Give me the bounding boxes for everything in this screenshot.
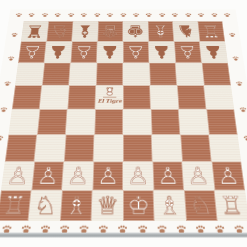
paw-print-icon [107, 12, 114, 17]
square-g2: ♙ [182, 162, 214, 191]
tiger-mascot-icon [104, 87, 116, 96]
square-g6 [175, 63, 204, 86]
square-h1: ♖ [215, 190, 247, 221]
paw-print-icon [67, 12, 74, 17]
square-b7: ♟ [44, 41, 72, 62]
square-a5 [12, 85, 42, 109]
square-d3 [93, 135, 123, 162]
piece-black-pawn-d7: ♟ [100, 43, 119, 60]
square-e2: ♙ [123, 162, 154, 191]
square-c2: ♙ [62, 162, 93, 191]
paw-print-icon [228, 32, 236, 38]
piece-white-pawn-b2: ♙ [36, 164, 60, 187]
square-c6 [69, 63, 97, 86]
square-h4 [206, 109, 237, 134]
chess-mat: ♜♘♝♕♚♗♞♖♙♟♙♟♙♟♙♟♙♙♙♙♙♙♙♙♖♘♗♕♔♗♘♖ El Tigr… [0, 10, 247, 235]
piece-black-pawn-h7: ♟ [203, 43, 224, 60]
square-d8: ♕ [97, 21, 123, 41]
paw-print-icon [3, 80, 11, 86]
square-b5 [40, 85, 69, 109]
square-d1: ♕ [91, 190, 123, 221]
square-f2: ♙ [153, 162, 184, 191]
paw-print-icon [120, 12, 127, 17]
square-a2: ♙ [1, 162, 34, 191]
paw-print-icon [146, 12, 153, 17]
piece-black-queen-d8: ♕ [101, 23, 120, 40]
square-f7: ♟ [149, 41, 176, 62]
square-e8: ♚ [123, 21, 149, 41]
square-h5 [204, 85, 234, 109]
piece-white-rook-a1: ♖ [1, 193, 27, 218]
paw-print-icon [15, 12, 22, 17]
paw-print-icon [210, 12, 217, 17]
piece-black-bishop-c8: ♝ [75, 23, 94, 40]
square-b3 [34, 135, 65, 162]
square-h7: ♟ [200, 41, 228, 62]
square-g3 [180, 135, 211, 162]
square-d7: ♟ [97, 41, 123, 62]
paw-print-icon [10, 32, 18, 38]
piece-white-queen-d1: ♕ [96, 193, 119, 218]
piece-white-pawn-h2: ♙ [216, 164, 241, 187]
square-c1: ♗ [60, 190, 93, 221]
square-d4 [94, 109, 123, 134]
square-g1: ♘ [184, 190, 218, 221]
piece-white-pawn-d2: ♙ [97, 164, 119, 187]
piece-black-knight-g8: ♞ [176, 23, 196, 40]
square-c5 [67, 85, 96, 109]
square-e3 [123, 135, 153, 162]
square-b1: ♘ [28, 190, 62, 221]
square-f3 [152, 135, 182, 162]
square-h3 [209, 135, 241, 162]
piece-black-pawn-e7: ♙ [126, 43, 145, 60]
square-h6 [202, 63, 231, 86]
square-a8: ♜ [21, 21, 49, 41]
paw-print-icon [242, 135, 247, 142]
square-c4 [66, 109, 95, 134]
square-b2: ♙ [31, 162, 63, 191]
piece-black-pawn-a7: ♙ [22, 43, 43, 60]
paw-print-icon [185, 12, 192, 17]
square-e5 [123, 85, 151, 109]
piece-white-pawn-c2: ♙ [66, 164, 89, 187]
square-e1: ♔ [123, 190, 155, 221]
paw-print-icon [41, 12, 48, 17]
square-e4 [123, 109, 152, 134]
square-f1: ♗ [154, 190, 187, 221]
piece-white-bishop-f1: ♗ [158, 193, 182, 218]
paw-print-icon [54, 12, 61, 17]
piece-white-rook-h1: ♖ [219, 193, 245, 218]
piece-black-king-e8: ♚ [126, 23, 145, 40]
square-g4 [179, 109, 209, 134]
paw-print-icon [7, 55, 15, 61]
square-a6 [15, 63, 44, 86]
square-b4 [37, 109, 67, 134]
paw-print-icon [231, 55, 239, 61]
mat-edge [0, 233, 247, 238]
square-h2: ♙ [212, 162, 245, 191]
piece-white-king-e1: ♔ [127, 193, 150, 218]
logo-text: El Tigre [97, 98, 121, 104]
paw-print-icon [159, 12, 166, 17]
piece-white-bishop-c1: ♗ [64, 193, 88, 218]
square-f6 [149, 63, 177, 86]
square-d2: ♙ [92, 162, 123, 191]
piece-black-pawn-c7: ♙ [74, 43, 94, 60]
piece-black-knight-b8: ♘ [50, 23, 70, 40]
square-b8: ♘ [46, 21, 73, 41]
piece-black-rook-h8: ♖ [201, 23, 221, 40]
piece-black-bishop-f8: ♗ [151, 23, 170, 40]
square-h8: ♖ [198, 21, 226, 41]
brand-logo: El Tigre [97, 87, 122, 104]
piece-black-rook-a8: ♜ [25, 23, 45, 40]
piece-white-pawn-f2: ♙ [157, 164, 180, 187]
square-c8: ♝ [72, 21, 98, 41]
paw-print-icon [93, 12, 100, 17]
paw-print-icon [80, 12, 87, 17]
square-a7: ♙ [18, 41, 46, 62]
piece-white-knight-b1: ♘ [33, 193, 58, 218]
square-e7: ♙ [123, 41, 149, 62]
piece-black-pawn-b7: ♟ [48, 43, 68, 60]
paw-print-icon [223, 12, 230, 17]
paw-print-icon [238, 107, 247, 114]
paw-print-icon [133, 12, 140, 17]
square-f8: ♗ [148, 21, 174, 41]
square-a3 [5, 135, 37, 162]
square-g7: ♙ [174, 41, 202, 62]
square-a4 [8, 109, 39, 134]
paw-print-icon [235, 80, 243, 86]
paw-print-icon [172, 12, 179, 17]
square-c7: ♙ [71, 41, 98, 62]
piece-black-pawn-g7: ♙ [178, 43, 198, 60]
paw-border-top [15, 12, 231, 18]
square-c3 [64, 135, 94, 162]
piece-white-knight-g1: ♘ [188, 193, 213, 218]
square-f5 [150, 85, 179, 109]
piece-black-pawn-f7: ♟ [152, 43, 172, 60]
piece-white-pawn-a2: ♙ [5, 164, 30, 187]
square-d6 [96, 63, 123, 86]
square-g8: ♞ [173, 21, 200, 41]
paw-print-icon [197, 12, 204, 17]
logo-underline [103, 97, 116, 98]
square-a1: ♖ [0, 190, 31, 221]
square-g5 [177, 85, 206, 109]
square-f4 [151, 109, 180, 134]
piece-white-pawn-e2: ♙ [127, 164, 149, 187]
paw-print-icon [0, 135, 4, 142]
photo-background: ♜♘♝♕♚♗♞♖♙♟♙♟♙♟♙♟♙♙♙♙♙♙♙♙♖♘♗♕♔♗♘♖ El Tigr… [0, 0, 247, 247]
paw-print-icon [28, 12, 35, 17]
square-e6 [123, 63, 150, 86]
square-b6 [42, 63, 71, 86]
piece-white-pawn-g2: ♙ [186, 164, 210, 187]
chess-board: ♜♘♝♕♚♗♞♖♙♟♙♟♙♟♙♟♙♙♙♙♙♙♙♙♖♘♗♕♔♗♘♖ [0, 21, 247, 221]
paw-print-icon [0, 107, 8, 114]
